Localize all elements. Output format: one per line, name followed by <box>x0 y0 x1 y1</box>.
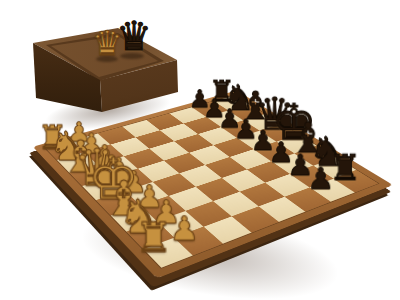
chess-board: ♜♞♝♛♚♝♞♜♟♟♟♟♟♟♟♟♟♟♟♟♟♟♟♟♜♞♝♛♚♝♞♜ <box>33 91 393 279</box>
piece-black-pawn-h7: ♟ <box>305 164 337 194</box>
piece-white-pawn-h2: ♟ <box>166 213 202 246</box>
piece-white-rook-h1: ♜ <box>135 217 171 258</box>
chess-set-photo: ♛ ♛ ♜♞♝♛♚♝♞♜♟♟♟♟♟♟♟♟♟♟♟♟♟♟♟♟♜♞♝♛♚♝♞♜ <box>0 0 400 300</box>
spare-black-queen: ♛ <box>116 16 152 56</box>
